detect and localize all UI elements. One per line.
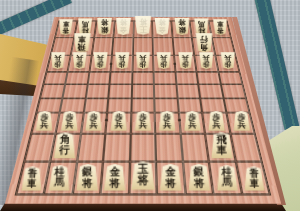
piece-kanji: 王将 — [139, 18, 147, 33]
board-square[interactable] — [86, 84, 110, 98]
piece-kanji: 銀将 — [193, 166, 204, 188]
star-point — [173, 63, 176, 65]
board-square[interactable] — [66, 72, 90, 85]
board-square[interactable] — [103, 134, 130, 162]
board-square[interactable]: 歩兵 — [194, 55, 218, 72]
piece-kanji: 歩兵 — [40, 113, 49, 129]
piece-sente-gold[interactable]: 金将 — [103, 164, 126, 191]
board-square[interactable]: 歩兵 — [153, 55, 175, 72]
board-square[interactable]: 金将 — [152, 21, 172, 37]
board-square[interactable] — [200, 98, 226, 113]
piece-kanji: 角行 — [200, 35, 208, 51]
board-square[interactable]: 歩兵 — [174, 55, 197, 72]
board-square[interactable]: 銀将 — [72, 162, 103, 194]
board-square[interactable] — [154, 98, 178, 113]
piece-kanji: 香車 — [62, 20, 69, 33]
board-square[interactable] — [77, 134, 106, 162]
piece-gote-pawn[interactable]: 歩兵 — [135, 52, 150, 69]
piece-kanji: 歩兵 — [164, 113, 172, 129]
star-point — [105, 118, 108, 121]
piece-kanji: 桂馬 — [221, 167, 232, 188]
board-square[interactable] — [84, 98, 109, 113]
piece-sente-pawn[interactable]: 歩兵 — [159, 111, 177, 131]
piece-kanji: 銀将 — [178, 19, 185, 33]
piece-sente-pawn[interactable]: 歩兵 — [183, 111, 201, 131]
piece-kanji: 歩兵 — [118, 53, 125, 67]
board-square[interactable]: 歩兵 — [89, 55, 112, 72]
piece-kanji: 香車 — [249, 169, 259, 189]
board-square[interactable] — [63, 84, 88, 98]
board-square[interactable]: 金将 — [101, 162, 130, 194]
piece-kanji: 桂馬 — [54, 167, 65, 188]
piece-kanji: 角行 — [59, 135, 70, 156]
photo-scene: 香車桂馬銀将金将王将金将銀将桂馬香車飛車角行歩兵歩兵歩兵歩兵歩兵歩兵歩兵歩兵歩兵… — [0, 0, 300, 211]
board-square[interactable]: 歩兵 — [68, 55, 92, 72]
star-point — [177, 118, 180, 121]
board-square[interactable] — [180, 134, 209, 162]
piece-kanji: 歩兵 — [161, 53, 168, 67]
piece-kanji: 歩兵 — [65, 113, 73, 129]
piece-sente-silver[interactable]: 銀将 — [187, 164, 211, 191]
board-square[interactable] — [132, 72, 154, 85]
board-square[interactable]: 王将 — [133, 21, 153, 37]
board-square[interactable]: 歩兵 — [202, 113, 230, 134]
board-square[interactable]: 香車 — [235, 162, 269, 194]
piece-kanji: 歩兵 — [203, 53, 210, 67]
piece-kanji: 歩兵 — [188, 113, 196, 129]
piece-kanji: 香車 — [26, 169, 36, 189]
piece-sente-pawn[interactable]: 歩兵 — [85, 111, 103, 131]
board-square[interactable]: 歩兵 — [155, 113, 180, 134]
piece-kanji: 飛車 — [216, 135, 227, 156]
piece-sente-pawn[interactable]: 歩兵 — [232, 111, 250, 131]
piece-sente-silver[interactable]: 銀将 — [75, 164, 99, 191]
board-square[interactable] — [198, 84, 223, 98]
board-square[interactable]: 金将 — [156, 162, 185, 194]
piece-kanji: 歩兵 — [55, 53, 62, 67]
board-square[interactable]: 歩兵 — [132, 55, 153, 72]
board-square[interactable] — [177, 98, 202, 113]
board-square[interactable] — [107, 98, 131, 113]
piece-gote-king[interactable]: 王将 — [134, 16, 151, 35]
piece-kanji: 飛車 — [78, 35, 86, 51]
shogi-board: 香車桂馬銀将金将王将金将銀将桂馬香車飛車角行歩兵歩兵歩兵歩兵歩兵歩兵歩兵歩兵歩兵… — [5, 17, 281, 204]
board-square[interactable] — [109, 84, 132, 98]
piece-kanji: 玉将 — [137, 164, 148, 187]
board-square[interactable]: 歩兵 — [111, 55, 133, 72]
piece-kanji: 金将 — [120, 19, 127, 33]
board-square[interactable]: 歩兵 — [131, 113, 156, 134]
board-square[interactable]: 歩兵 — [56, 113, 84, 134]
board-square[interactable]: 銀将 — [171, 21, 192, 37]
piece-kanji: 歩兵 — [114, 113, 122, 129]
board-square[interactable] — [132, 84, 155, 98]
piece-sente-lance[interactable]: 香車 — [20, 166, 42, 190]
piece-sente-pawn[interactable]: 歩兵 — [208, 111, 226, 131]
piece-sente-pawn[interactable]: 歩兵 — [35, 111, 53, 131]
board-square[interactable] — [40, 84, 66, 98]
piece-kanji: 銀将 — [82, 166, 93, 188]
piece-kanji: 歩兵 — [182, 53, 189, 67]
piece-sente-gold[interactable]: 金将 — [159, 164, 182, 191]
piece-kanji: 歩兵 — [237, 113, 246, 129]
piece-sente-king[interactable]: 玉将 — [131, 162, 156, 191]
board-square[interactable]: 角行 — [51, 134, 81, 162]
board-square[interactable]: 歩兵 — [215, 55, 240, 72]
piece-gote-silver[interactable]: 銀将 — [96, 17, 112, 34]
perspective-scene: 香車桂馬銀将金将王将金将銀将桂馬香車飛車角行歩兵歩兵歩兵歩兵歩兵歩兵歩兵歩兵歩兵… — [0, 0, 300, 211]
board-square[interactable] — [43, 72, 68, 85]
board-square[interactable] — [220, 84, 246, 98]
board-square[interactable]: 歩兵 — [226, 113, 255, 134]
board-square[interactable]: 銀将 — [94, 21, 115, 37]
board-square[interactable]: 歩兵 — [106, 113, 131, 134]
piece-kanji: 歩兵 — [76, 53, 83, 67]
piece-kanji: 銀将 — [101, 19, 108, 33]
piece-kanji: 歩兵 — [90, 113, 98, 129]
piece-sente-bishop[interactable]: 角行 — [53, 133, 76, 159]
board-square[interactable] — [176, 84, 200, 98]
piece-kanji: 歩兵 — [224, 53, 231, 67]
board-square[interactable] — [130, 134, 156, 162]
piece-kanji: 歩兵 — [213, 113, 221, 129]
piece-kanji: 金将 — [166, 166, 177, 188]
piece-kanji: 香車 — [217, 20, 224, 33]
piece-sente-knight[interactable]: 桂馬 — [215, 165, 238, 191]
piece-sente-lance[interactable]: 香車 — [243, 166, 265, 190]
piece-kanji: 歩兵 — [97, 53, 104, 67]
piece-kanji: 桂馬 — [197, 20, 204, 34]
board-square[interactable] — [230, 134, 262, 162]
board-square[interactable] — [110, 72, 132, 85]
board-square[interactable] — [154, 84, 177, 98]
board-square[interactable] — [88, 72, 111, 85]
board-square[interactable]: 歩兵 — [81, 113, 108, 134]
piece-sente-knight[interactable]: 桂馬 — [48, 165, 71, 191]
piece-gote-gold[interactable]: 金将 — [154, 17, 170, 34]
piece-sente-pawn[interactable]: 歩兵 — [134, 111, 152, 131]
board-square[interactable] — [155, 134, 182, 162]
board-square[interactable] — [60, 98, 86, 113]
board-square[interactable]: 玉将 — [129, 162, 157, 194]
piece-sente-pawn[interactable]: 歩兵 — [60, 111, 78, 131]
board-square[interactable] — [218, 72, 243, 85]
board-square[interactable] — [197, 72, 221, 85]
board-square[interactable] — [175, 72, 198, 85]
piece-kanji: 桂馬 — [81, 20, 88, 34]
piece-kanji: 歩兵 — [139, 113, 147, 129]
board-square[interactable] — [131, 98, 155, 113]
board-square[interactable] — [223, 98, 250, 113]
board-square[interactable]: 金将 — [114, 21, 134, 37]
piece-sente-pawn[interactable]: 歩兵 — [109, 111, 127, 131]
piece-kanji: 金将 — [110, 166, 121, 188]
piece-gote-lance[interactable]: 香車 — [213, 19, 228, 35]
board-square[interactable] — [154, 72, 176, 85]
board-square[interactable]: 歩兵 — [179, 113, 206, 134]
board-square[interactable] — [36, 98, 63, 113]
piece-gote-lance[interactable]: 香車 — [58, 19, 73, 35]
piece-kanji: 金将 — [159, 19, 166, 33]
piece-kanji: 歩兵 — [140, 53, 147, 67]
